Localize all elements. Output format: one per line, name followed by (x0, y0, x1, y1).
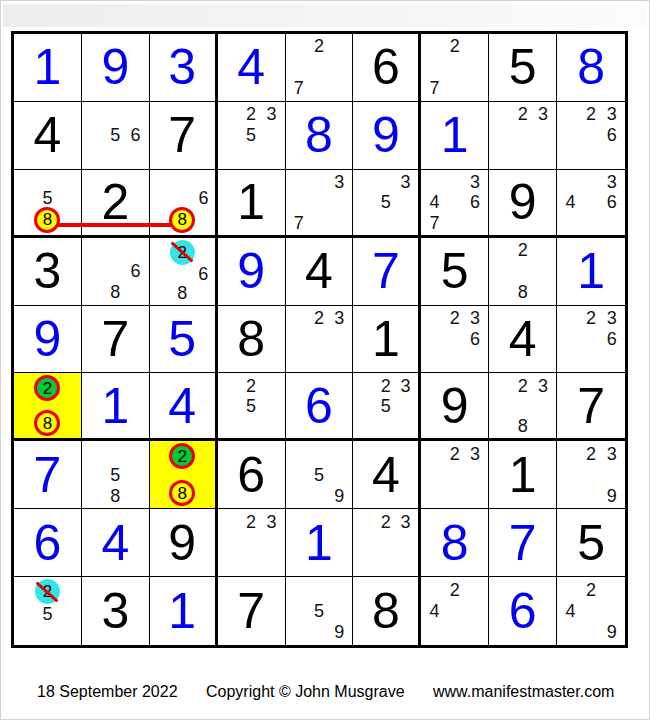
cell-r1c8[interactable]: 5 (489, 34, 557, 102)
given-digit: 6 (353, 34, 418, 101)
cell-r2c3[interactable]: 7 (150, 102, 218, 170)
cell-r2c7[interactable]: 1 (421, 102, 489, 170)
pencil-mark: 2 (518, 377, 528, 395)
pencil-mark: 6 (131, 126, 141, 144)
pencil-mark: 2 (450, 309, 460, 327)
cell-r3c7[interactable]: 3467 (421, 170, 489, 238)
pencil-mark: 5 (314, 466, 324, 484)
pencil-mark: 9 (607, 487, 617, 505)
pencil-mark: 2 (246, 513, 256, 531)
cell-r3c4[interactable]: 1 (218, 170, 286, 238)
pencil-grid: 238 (492, 375, 553, 436)
title-bar (3, 4, 646, 27)
given-digit: 9 (421, 373, 488, 438)
cell-r3c8[interactable]: 9 (489, 170, 557, 238)
pencil-grid: 23 (424, 443, 485, 506)
cell-r8c1[interactable]: 6 (14, 509, 82, 577)
cell-r8c4[interactable]: 23 (218, 509, 286, 577)
cell-r4c2[interactable]: 68 (82, 238, 150, 306)
given-digit: 4 (14, 102, 81, 169)
solved-digit: 1 (14, 34, 81, 101)
given-digit: 5 (489, 34, 556, 101)
solved-digit: 9 (14, 306, 81, 373)
given-digit: 1 (489, 441, 556, 508)
cell-r8c7[interactable]: 8 (421, 509, 489, 577)
pencil-mark: 6 (607, 193, 617, 211)
solved-digit: 8 (286, 102, 353, 169)
cell-r5c3[interactable]: 5 (150, 306, 218, 374)
cell-r8c8[interactable]: 7 (489, 509, 557, 577)
candidate-circle-2: 2 (169, 443, 195, 469)
pencil-mark: 2 (518, 105, 528, 123)
pencil-grid: 236 (560, 308, 622, 371)
pencil-mark: 2 (450, 445, 460, 463)
pencil-mark: 3 (401, 513, 411, 531)
pencil-mark: 9 (334, 487, 344, 505)
pencil-mark: 7 (294, 79, 304, 97)
pencil-grid: 239 (560, 443, 622, 506)
cell-r6c2[interactable]: 1 (82, 373, 150, 441)
cell-r1c4[interactable]: 4 (218, 34, 286, 102)
pencil-mark: 8 (177, 284, 187, 302)
cell-r3c5[interactable]: 37 (286, 170, 354, 238)
pencil-grid: 56 (85, 104, 146, 167)
given-digit: 5 (421, 238, 488, 305)
pencil-grid: 682 (153, 240, 212, 303)
cell-r7c4[interactable]: 6 (218, 441, 286, 509)
pencil-mark: 2 (450, 37, 460, 55)
cell-r8c2[interactable]: 4 (82, 509, 150, 577)
cell-r5c4[interactable]: 8 (218, 306, 286, 374)
given-digit: 1 (353, 306, 418, 373)
pencil-mark: 4 (429, 193, 439, 211)
solved-digit: 1 (421, 102, 488, 169)
given-digit: 3 (82, 577, 149, 645)
pencil-grid: 35 (356, 172, 415, 233)
cell-r4c6[interactable]: 7 (353, 238, 421, 306)
cell-r2c5[interactable]: 8 (286, 102, 354, 170)
given-digit: 4 (353, 441, 418, 508)
pencil-grid: 346 (560, 172, 622, 233)
pencil-mark: 8 (518, 283, 528, 301)
cell-r9c1[interactable]: 52 (14, 577, 82, 645)
pencil-mark: 5 (314, 602, 324, 620)
solved-digit: 7 (489, 509, 556, 576)
pencil-grid: 3467 (424, 172, 485, 233)
pencil-grid: 68 (85, 240, 146, 303)
cell-r5c2[interactable]: 7 (82, 306, 150, 374)
cell-r7c5[interactable]: 59 (286, 441, 354, 509)
given-digit: 7 (82, 306, 149, 373)
solved-digit: 1 (150, 577, 215, 645)
given-digit: 4 (489, 306, 556, 373)
candidate-circle-8: 8 (169, 207, 195, 233)
cell-r9c7[interactable]: 24 (421, 577, 489, 645)
cell-r6c6[interactable]: 235 (353, 373, 421, 441)
cell-r4c7[interactable]: 5 (421, 238, 489, 306)
candidate-circle-2: 2 (34, 375, 60, 401)
solved-digit: 8 (421, 509, 488, 576)
pencil-mark: 6 (198, 265, 208, 283)
pencil-mark: 5 (110, 126, 120, 144)
cell-r6c5[interactable]: 6 (286, 373, 354, 441)
solved-digit: 3 (150, 34, 215, 101)
cell-r6c4[interactable]: 25 (218, 373, 286, 441)
pencil-mark: 2 (586, 309, 596, 327)
pencil-mark: 6 (131, 262, 141, 280)
pencil-mark: 2 (586, 445, 596, 463)
pencil-mark: 7 (294, 214, 304, 232)
pencil-mark: 3 (266, 105, 276, 123)
pencil-grid: 24 (424, 579, 485, 643)
solved-digit: 8 (557, 34, 625, 101)
cell-r6c3[interactable]: 4 (150, 373, 218, 441)
given-digit: 3 (14, 238, 81, 305)
given-digit: 7 (218, 577, 285, 645)
pencil-mark: 6 (470, 193, 480, 211)
candidate-circle-2: 2 (170, 240, 195, 265)
cell-r6c1[interactable]: 28 (14, 373, 82, 441)
pencil-mark: 2 (246, 377, 256, 395)
pencil-grid: 28 (17, 375, 78, 436)
cell-r2c4[interactable]: 235 (218, 102, 286, 170)
cell-r6c9[interactable]: 7 (557, 373, 625, 441)
pencil-grid: 23 (356, 511, 415, 574)
pencil-grid: 236 (560, 104, 622, 167)
given-digit: 7 (557, 373, 625, 438)
pencil-mark: 3 (607, 173, 617, 191)
pencil-grid: 25 (221, 375, 282, 436)
page-frame: 1934276275845672358912323658268137353467… (0, 0, 650, 720)
cell-r2c9[interactable]: 236 (557, 102, 625, 170)
cell-r1c3[interactable]: 3 (150, 34, 218, 102)
solved-digit: 7 (353, 238, 418, 305)
cell-r4c5[interactable]: 4 (286, 238, 354, 306)
cell-r8c5[interactable]: 1 (286, 509, 354, 577)
solved-digit: 6 (489, 577, 556, 645)
given-digit: 1 (218, 170, 285, 235)
cell-r7c1[interactable]: 7 (14, 441, 82, 509)
solved-digit: 7 (14, 441, 81, 508)
pencil-grid: 59 (289, 579, 350, 643)
cell-r9c4[interactable]: 7 (218, 577, 286, 645)
cell-r4c1[interactable]: 3 (14, 238, 82, 306)
pencil-mark: 9 (334, 623, 344, 641)
cell-r4c9[interactable]: 1 (557, 238, 625, 306)
cell-r2c6[interactable]: 9 (353, 102, 421, 170)
footer-copyright: Copyright © John Musgrave (206, 683, 405, 700)
cell-r7c2[interactable]: 58 (82, 441, 150, 509)
pencil-mark: 6 (607, 330, 617, 348)
pencil-mark: 3 (401, 377, 411, 395)
cell-r1c9[interactable]: 8 (557, 34, 625, 102)
pencil-mark: 4 (565, 602, 575, 620)
given-digit: 9 (489, 170, 556, 235)
cell-r6c7[interactable]: 9 (421, 373, 489, 441)
candidate-circle-2: 2 (35, 579, 60, 604)
pencil-mark: 5 (42, 189, 52, 207)
pencil-grid: 37 (289, 172, 350, 233)
solved-digit: 1 (557, 238, 625, 305)
pencil-mark: 2 (246, 105, 256, 123)
chain-link-line (48, 223, 184, 227)
footer-date: 18 September 2022 (37, 683, 178, 700)
solved-digit: 6 (286, 373, 353, 438)
cell-r3c2[interactable]: 2 (82, 170, 150, 238)
cell-r7c9[interactable]: 239 (557, 441, 625, 509)
cell-r4c8[interactable]: 28 (489, 238, 557, 306)
pencil-mark: 8 (110, 283, 120, 301)
cell-r9c6[interactable]: 8 (353, 577, 421, 645)
cell-r9c2[interactable]: 3 (82, 577, 150, 645)
pencil-grid: 235 (356, 375, 415, 436)
pencil-mark: 3 (334, 173, 344, 191)
cell-r2c1[interactable]: 4 (14, 102, 82, 170)
solved-digit: 4 (150, 373, 215, 438)
pencil-grid: 52 (17, 579, 78, 643)
cell-r1c7[interactable]: 27 (421, 34, 489, 102)
cell-r3c1[interactable]: 58 (14, 170, 82, 238)
cell-r9c5[interactable]: 59 (286, 577, 354, 645)
cell-r7c8[interactable]: 1 (489, 441, 557, 509)
pencil-mark: 8 (110, 487, 120, 505)
cell-r7c7[interactable]: 23 (421, 441, 489, 509)
solved-digit: 9 (82, 34, 149, 101)
pencil-mark: 3 (607, 105, 617, 123)
cell-r5c7[interactable]: 236 (421, 306, 489, 374)
pencil-grid: 235 (221, 104, 282, 167)
pencil-mark: 5 (381, 193, 391, 211)
solved-digit: 5 (150, 306, 215, 373)
cell-r2c8[interactable]: 23 (489, 102, 557, 170)
pencil-grid: 59 (289, 443, 350, 506)
pencil-mark: 6 (470, 330, 480, 348)
pencil-grid: 27 (424, 36, 485, 99)
cell-r5c6[interactable]: 1 (353, 306, 421, 374)
pencil-mark: 3 (607, 445, 617, 463)
pencil-grid: 28 (153, 443, 212, 506)
solved-digit: 4 (82, 509, 149, 576)
cell-r6c8[interactable]: 238 (489, 373, 557, 441)
cell-r3c9[interactable]: 346 (557, 170, 625, 238)
pencil-mark: 2 (314, 37, 324, 55)
given-digit: 6 (218, 441, 285, 508)
cell-r2c2[interactable]: 56 (82, 102, 150, 170)
cell-r1c1[interactable]: 1 (14, 34, 82, 102)
pencil-mark: 6 (198, 189, 208, 207)
cell-r5c5[interactable]: 23 (286, 306, 354, 374)
pencil-mark: 4 (429, 602, 439, 620)
footer: 18 September 2022 Copyright © John Musgr… (37, 683, 638, 701)
pencil-mark: 4 (565, 193, 575, 211)
pencil-mark: 7 (429, 214, 439, 232)
given-digit: 8 (218, 306, 285, 373)
cell-r3c3[interactable]: 68 (150, 170, 218, 238)
given-digit: 4 (286, 238, 353, 305)
pencil-grid: 236 (424, 308, 485, 371)
cell-r1c5[interactable]: 27 (286, 34, 354, 102)
cell-r8c6[interactable]: 23 (353, 509, 421, 577)
pencil-grid: 27 (289, 36, 350, 99)
pencil-mark: 2 (450, 581, 460, 599)
cell-r5c8[interactable]: 4 (489, 306, 557, 374)
cell-r4c3[interactable]: 682 (150, 238, 218, 306)
solved-digit: 1 (82, 373, 149, 438)
solved-digit: 6 (14, 509, 81, 576)
cell-r1c2[interactable]: 9 (82, 34, 150, 102)
pencil-mark: 2 (586, 105, 596, 123)
pencil-mark: 5 (246, 397, 256, 415)
cell-r8c3[interactable]: 9 (150, 509, 218, 577)
solved-digit: 9 (218, 238, 285, 305)
pencil-mark: 2 (381, 513, 391, 531)
pencil-mark: 5 (246, 126, 256, 144)
cell-r5c9[interactable]: 236 (557, 306, 625, 374)
solved-digit: 9 (353, 102, 418, 169)
pencil-mark: 3 (470, 173, 480, 191)
pencil-mark: 7 (429, 79, 439, 97)
candidate-circle-8: 8 (169, 480, 195, 506)
pencil-mark: 3 (470, 309, 480, 327)
pencil-mark: 2 (586, 581, 596, 599)
cell-r1c6[interactable]: 6 (353, 34, 421, 102)
pencil-mark: 3 (401, 173, 411, 191)
pencil-mark: 5 (42, 605, 52, 623)
pencil-mark: 8 (518, 417, 528, 435)
pencil-mark: 3 (334, 309, 344, 327)
candidate-circle-8: 8 (34, 410, 60, 436)
pencil-mark: 2 (381, 377, 391, 395)
pencil-mark: 3 (538, 377, 548, 395)
footer-website[interactable]: www.manifestmaster.com (433, 683, 614, 700)
solved-digit: 4 (218, 34, 285, 101)
cell-r9c3[interactable]: 1 (150, 577, 218, 645)
pencil-grid: 23 (492, 104, 553, 167)
pencil-mark: 5 (110, 466, 120, 484)
cell-r9c8[interactable]: 6 (489, 577, 557, 645)
given-digit: 7 (150, 102, 215, 169)
cell-r3c6[interactable]: 35 (353, 170, 421, 238)
cell-r7c3[interactable]: 28 (150, 441, 218, 509)
candidate-circle-8: 8 (34, 207, 60, 233)
pencil-mark: 3 (538, 105, 548, 123)
pencil-mark: 2 (518, 241, 528, 259)
pencil-grid: 23 (221, 511, 282, 574)
pencil-mark: 6 (607, 126, 617, 144)
cell-r9c9[interactable]: 249 (557, 577, 625, 645)
pencil-grid: 249 (560, 579, 622, 643)
pencil-mark: 3 (470, 445, 480, 463)
sudoku-grid: 1934276275845672358912323658268137353467… (11, 31, 628, 648)
pencil-mark: 2 (314, 309, 324, 327)
cell-r4c4[interactable]: 9 (218, 238, 286, 306)
pencil-grid: 58 (85, 443, 146, 506)
pencil-mark: 3 (607, 309, 617, 327)
pencil-mark: 5 (381, 397, 391, 415)
pencil-grid: 28 (492, 240, 553, 303)
solved-digit: 1 (286, 509, 353, 576)
given-digit: 8 (353, 577, 418, 645)
pencil-mark: 9 (607, 623, 617, 641)
given-digit: 9 (150, 509, 215, 576)
pencil-grid: 23 (289, 308, 350, 371)
cell-r5c1[interactable]: 9 (14, 306, 82, 374)
cell-r8c9[interactable]: 5 (557, 509, 625, 577)
given-digit: 5 (557, 509, 625, 576)
pencil-mark: 3 (266, 513, 276, 531)
cell-r7c6[interactable]: 4 (353, 441, 421, 509)
